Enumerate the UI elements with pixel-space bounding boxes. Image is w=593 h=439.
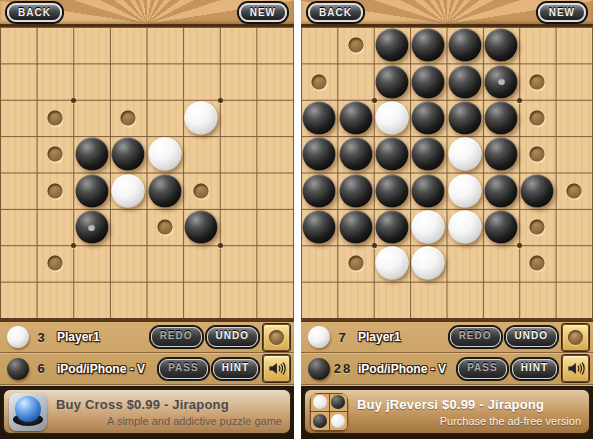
hint-button[interactable]: HINT: [213, 359, 258, 379]
legal-move-hint-dot[interactable]: [348, 38, 363, 53]
white-player-name: Player1: [57, 330, 100, 344]
new-button[interactable]: NEW: [239, 3, 287, 22]
black-disc: [148, 174, 181, 207]
black-disc: [339, 211, 372, 244]
last-move-marker: [88, 224, 95, 231]
top-bar-left: BACK NEW: [0, 0, 294, 27]
star-point: [372, 243, 377, 248]
speaker-icon: [267, 359, 286, 378]
white-disc: [185, 101, 218, 134]
legal-move-hint-dot[interactable]: [530, 110, 545, 125]
black-stone-icon: [7, 358, 29, 380]
legal-move-hint-dot[interactable]: [157, 220, 172, 235]
black-disc: [339, 174, 372, 207]
black-disc: [375, 138, 408, 171]
legal-move-hint-dot[interactable]: [47, 183, 62, 198]
black-disc: [412, 174, 445, 207]
white-disc: [112, 174, 145, 207]
black-disc: [375, 211, 408, 244]
black-disc: [485, 174, 518, 207]
redo-button[interactable]: REDO: [151, 327, 202, 347]
hint-dot-icon: [568, 330, 583, 345]
ad-banner-jreversi[interactable]: Buy jReversi $0.99 - Jirapong Purchase t…: [303, 388, 591, 435]
black-disc: [185, 211, 218, 244]
new-button[interactable]: NEW: [538, 3, 586, 22]
legal-move-hint-dot[interactable]: [566, 183, 581, 198]
black-disc: [339, 138, 372, 171]
ad-title: Buy jReversi $0.99 - Jirapong: [357, 397, 581, 412]
black-disc: [485, 211, 518, 244]
white-disc: [412, 211, 445, 244]
black-score: 28: [330, 361, 356, 376]
black-player-name: iPod/iPhone - V: [358, 362, 446, 376]
legal-move-hint-dot[interactable]: [530, 220, 545, 235]
pass-button[interactable]: PASS: [458, 359, 507, 379]
black-disc: [112, 138, 145, 171]
hint-dot-icon: [269, 330, 284, 345]
left-game-panel: BACK NEW 3 Player1 REDO UNDO 6 iPod/iPho…: [0, 0, 294, 439]
black-disc: [303, 101, 336, 134]
ad-area-left: Buy Cross $0.99 - Jirapong A simple and …: [0, 386, 294, 439]
speaker-icon: [566, 359, 585, 378]
player-row-white: 3 Player1 REDO UNDO: [0, 322, 294, 353]
white-disc: [148, 138, 181, 171]
redo-button[interactable]: REDO: [450, 327, 501, 347]
black-disc: [448, 29, 481, 62]
white-disc: [448, 174, 481, 207]
screenshot-stage: BACK NEW 3 Player1 REDO UNDO 6 iPod/iPho…: [0, 0, 593, 439]
black-disc: [412, 101, 445, 134]
black-disc: [485, 29, 518, 62]
star-point: [517, 243, 522, 248]
jreversi-app-icon: [310, 393, 348, 431]
hint-marker-toggle-button[interactable]: [562, 324, 589, 351]
legal-move-hint-dot[interactable]: [348, 256, 363, 271]
legal-move-hint-dot[interactable]: [121, 110, 136, 125]
star-point: [517, 98, 522, 103]
white-disc: [375, 101, 408, 134]
sound-toggle-button[interactable]: [263, 355, 290, 382]
pass-button[interactable]: PASS: [159, 359, 208, 379]
hint-button[interactable]: HINT: [512, 359, 557, 379]
legal-move-hint-dot[interactable]: [530, 256, 545, 271]
game-board-left[interactable]: [0, 27, 294, 320]
cross-app-icon: [9, 393, 47, 431]
ad-area-right: Buy jReversi $0.99 - Jirapong Purchase t…: [301, 386, 593, 439]
black-disc: [375, 29, 408, 62]
undo-button[interactable]: UNDO: [506, 327, 557, 347]
player-panel-left: 3 Player1 REDO UNDO 6 iPod/iPhone - V PA…: [0, 320, 294, 386]
player-row-white: 7 Player1 REDO UNDO: [301, 322, 593, 353]
white-stone-icon: [7, 326, 29, 348]
black-disc: [485, 65, 518, 98]
white-disc: [412, 247, 445, 280]
game-board-right[interactable]: [301, 27, 593, 320]
back-button[interactable]: BACK: [7, 3, 62, 22]
black-disc: [485, 101, 518, 134]
player-row-black: 6 iPod/iPhone - V PASS HINT: [0, 353, 294, 385]
star-point: [372, 98, 377, 103]
black-disc: [303, 174, 336, 207]
panel-divider: [294, 0, 301, 439]
legal-move-hint-dot[interactable]: [47, 147, 62, 162]
black-disc: [412, 138, 445, 171]
star-point: [218, 243, 223, 248]
black-disc: [448, 65, 481, 98]
top-bar-right: BACK NEW: [301, 0, 593, 27]
undo-button[interactable]: UNDO: [207, 327, 258, 347]
black-disc: [485, 138, 518, 171]
black-player-name: iPod/iPhone - V: [57, 362, 145, 376]
star-point: [71, 98, 76, 103]
black-disc: [521, 174, 554, 207]
white-disc: [448, 138, 481, 171]
star-point: [71, 243, 76, 248]
white-disc: [375, 247, 408, 280]
right-game-panel: BACK NEW 7 Player1 REDO UNDO 28 iPod/iPh…: [301, 0, 593, 439]
black-disc: [375, 174, 408, 207]
black-score: 6: [29, 361, 55, 376]
white-score: 7: [330, 330, 356, 345]
black-disc: [75, 211, 108, 244]
legal-move-hint-dot[interactable]: [530, 74, 545, 89]
black-disc: [412, 29, 445, 62]
ad-title: Buy Cross $0.99 - Jirapong: [56, 397, 282, 412]
black-stone-icon: [308, 358, 330, 380]
black-disc: [303, 211, 336, 244]
back-button[interactable]: BACK: [308, 3, 363, 22]
blue-ball-icon: [15, 396, 41, 422]
legal-move-hint-dot[interactable]: [530, 147, 545, 162]
white-disc: [448, 211, 481, 244]
ad-subtitle: A simple and addictive puzzle game: [56, 415, 282, 427]
black-disc: [448, 101, 481, 134]
star-point: [218, 98, 223, 103]
player-panel-right: 7 Player1 REDO UNDO 28 iPod/iPhone - V P…: [301, 320, 593, 386]
white-score: 3: [29, 330, 55, 345]
black-disc: [303, 138, 336, 171]
black-disc: [75, 174, 108, 207]
white-player-name: Player1: [358, 330, 401, 344]
sound-toggle-button[interactable]: [562, 355, 589, 382]
ad-subtitle: Purchase the ad-free version: [357, 415, 581, 427]
black-disc: [339, 101, 372, 134]
last-move-marker: [498, 78, 505, 85]
legal-move-hint-dot[interactable]: [312, 74, 327, 89]
white-stone-icon: [308, 326, 330, 348]
legal-move-hint-dot[interactable]: [194, 183, 209, 198]
hint-marker-toggle-button[interactable]: [263, 324, 290, 351]
black-disc: [375, 65, 408, 98]
player-row-black: 28 iPod/iPhone - V PASS HINT: [301, 353, 593, 385]
legal-move-hint-dot[interactable]: [47, 256, 62, 271]
black-disc: [412, 65, 445, 98]
black-disc: [75, 138, 108, 171]
ad-banner-cross[interactable]: Buy Cross $0.99 - Jirapong A simple and …: [2, 388, 292, 435]
legal-move-hint-dot[interactable]: [47, 110, 62, 125]
